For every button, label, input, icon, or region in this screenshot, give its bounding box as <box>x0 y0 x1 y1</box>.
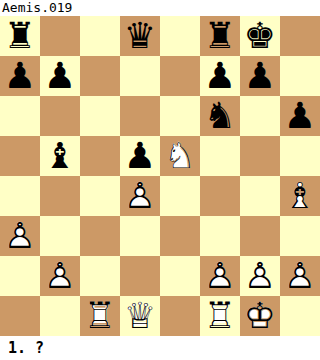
square-e6[interactable] <box>160 96 200 136</box>
square-f6[interactable]: ♞ <box>200 96 240 136</box>
square-c6[interactable] <box>80 96 120 136</box>
square-e1[interactable] <box>160 296 200 336</box>
black-knight-piece: ♞ <box>200 96 240 136</box>
square-f8[interactable]: ♜ <box>200 16 240 56</box>
square-c7[interactable] <box>80 56 120 96</box>
square-g1[interactable]: ♚♔ <box>240 296 280 336</box>
square-g5[interactable] <box>240 136 280 176</box>
square-c8[interactable] <box>80 16 120 56</box>
square-h5[interactable] <box>280 136 320 176</box>
square-e7[interactable] <box>160 56 200 96</box>
square-d5[interactable]: ♟ <box>120 136 160 176</box>
white-queen-piece-outline: ♕ <box>120 296 160 336</box>
white-bishop-piece: ♝ <box>280 176 320 216</box>
white-pawn-piece: ♟ <box>240 256 280 296</box>
white-pawn-piece: ♟ <box>200 256 240 296</box>
square-e5[interactable]: ♞♘ <box>160 136 200 176</box>
white-pawn-piece-outline: ♙ <box>200 256 240 296</box>
white-pawn-piece-outline: ♙ <box>280 256 320 296</box>
square-b3[interactable] <box>40 216 80 256</box>
square-d1[interactable]: ♛♕ <box>120 296 160 336</box>
square-c2[interactable] <box>80 256 120 296</box>
black-pawn-piece: ♟ <box>240 56 280 96</box>
puzzle-title: Aemis.019 <box>0 0 320 16</box>
square-e8[interactable] <box>160 16 200 56</box>
square-h2[interactable]: ♟♙ <box>280 256 320 296</box>
chess-puzzle-window: Aemis.019 ♜♛♜♚♟♟♟♟♞♟♝♟♞♘♟♙♝♗♟♙♟♙♟♙♟♙♟♙♜♖… <box>0 0 320 360</box>
square-f7[interactable]: ♟ <box>200 56 240 96</box>
white-knight-piece-outline: ♘ <box>160 136 200 176</box>
square-g6[interactable] <box>240 96 280 136</box>
black-pawn-piece: ♟ <box>120 136 160 176</box>
square-g4[interactable] <box>240 176 280 216</box>
white-pawn-piece-outline: ♙ <box>0 216 40 256</box>
white-pawn-piece-outline: ♙ <box>40 256 80 296</box>
square-f1[interactable]: ♜♖ <box>200 296 240 336</box>
white-pawn-piece: ♟ <box>120 176 160 216</box>
black-pawn-piece: ♟ <box>200 56 240 96</box>
square-a3[interactable]: ♟♙ <box>0 216 40 256</box>
black-rook-piece: ♜ <box>0 16 40 56</box>
square-c5[interactable] <box>80 136 120 176</box>
square-h4[interactable]: ♝♗ <box>280 176 320 216</box>
square-b1[interactable] <box>40 296 80 336</box>
white-knight-piece: ♞ <box>160 136 200 176</box>
square-d7[interactable] <box>120 56 160 96</box>
black-pawn-piece: ♟ <box>40 56 80 96</box>
square-c4[interactable] <box>80 176 120 216</box>
white-pawn-piece-outline: ♙ <box>120 176 160 216</box>
square-b6[interactable] <box>40 96 80 136</box>
square-c1[interactable]: ♜♖ <box>80 296 120 336</box>
square-f3[interactable] <box>200 216 240 256</box>
square-e2[interactable] <box>160 256 200 296</box>
square-e3[interactable] <box>160 216 200 256</box>
square-h6[interactable]: ♟ <box>280 96 320 136</box>
white-queen-piece: ♛ <box>120 296 160 336</box>
square-a2[interactable] <box>0 256 40 296</box>
square-b7[interactable]: ♟ <box>40 56 80 96</box>
square-a1[interactable] <box>0 296 40 336</box>
black-pawn-piece: ♟ <box>0 56 40 96</box>
square-a4[interactable] <box>0 176 40 216</box>
square-d3[interactable] <box>120 216 160 256</box>
square-d6[interactable] <box>120 96 160 136</box>
square-f2[interactable]: ♟♙ <box>200 256 240 296</box>
square-a7[interactable]: ♟ <box>0 56 40 96</box>
square-e4[interactable] <box>160 176 200 216</box>
white-rook-piece: ♜ <box>200 296 240 336</box>
white-pawn-piece-outline: ♙ <box>240 256 280 296</box>
square-b5[interactable]: ♝ <box>40 136 80 176</box>
square-g8[interactable]: ♚ <box>240 16 280 56</box>
white-rook-piece-outline: ♖ <box>200 296 240 336</box>
white-pawn-piece: ♟ <box>40 256 80 296</box>
square-b8[interactable] <box>40 16 80 56</box>
chess-board: ♜♛♜♚♟♟♟♟♞♟♝♟♞♘♟♙♝♗♟♙♟♙♟♙♟♙♟♙♜♖♛♕♜♖♚♔ <box>0 16 320 336</box>
square-b2[interactable]: ♟♙ <box>40 256 80 296</box>
square-c3[interactable] <box>80 216 120 256</box>
square-d2[interactable] <box>120 256 160 296</box>
square-g7[interactable]: ♟ <box>240 56 280 96</box>
square-g3[interactable] <box>240 216 280 256</box>
square-h1[interactable] <box>280 296 320 336</box>
square-f4[interactable] <box>200 176 240 216</box>
square-h3[interactable] <box>280 216 320 256</box>
white-king-piece-outline: ♔ <box>240 296 280 336</box>
white-pawn-piece: ♟ <box>280 256 320 296</box>
square-d8[interactable]: ♛ <box>120 16 160 56</box>
black-king-piece: ♚ <box>240 16 280 56</box>
square-g2[interactable]: ♟♙ <box>240 256 280 296</box>
white-rook-piece: ♜ <box>80 296 120 336</box>
white-rook-piece-outline: ♖ <box>80 296 120 336</box>
square-h7[interactable] <box>280 56 320 96</box>
white-king-piece: ♚ <box>240 296 280 336</box>
black-queen-piece: ♛ <box>120 16 160 56</box>
square-a5[interactable] <box>0 136 40 176</box>
square-d4[interactable]: ♟♙ <box>120 176 160 216</box>
square-f5[interactable] <box>200 136 240 176</box>
white-pawn-piece: ♟ <box>0 216 40 256</box>
square-a6[interactable] <box>0 96 40 136</box>
black-bishop-piece: ♝ <box>40 136 80 176</box>
square-a8[interactable]: ♜ <box>0 16 40 56</box>
move-prompt: 1. ? <box>0 336 320 360</box>
square-h8[interactable] <box>280 16 320 56</box>
square-b4[interactable] <box>40 176 80 216</box>
white-bishop-piece-outline: ♗ <box>280 176 320 216</box>
black-rook-piece: ♜ <box>200 16 240 56</box>
black-pawn-piece: ♟ <box>280 96 320 136</box>
